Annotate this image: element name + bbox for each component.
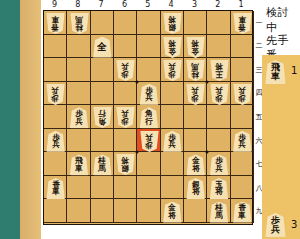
board-cell-2a[interactable] (207, 11, 230, 35)
board-cell-8f[interactable] (67, 129, 90, 153)
file-label: 9 (43, 0, 66, 9)
board-cell-9e[interactable] (44, 105, 67, 129)
board-cell-1c[interactable] (231, 58, 254, 82)
sente-king-2h[interactable]: 玉将 (210, 178, 229, 199)
board-cell-8i[interactable] (67, 199, 90, 223)
board-cell-5c[interactable] (137, 58, 160, 82)
file-label: 5 (136, 0, 159, 9)
board-cell-5h[interactable] (137, 176, 160, 200)
board-cell-3e[interactable] (184, 105, 207, 129)
board-cell-7h[interactable] (91, 176, 114, 200)
board-cell-3i[interactable] (184, 199, 207, 223)
board-cell-6f[interactable] (114, 129, 137, 153)
board-cell-6a[interactable] (114, 11, 137, 35)
board-cell-4h[interactable] (161, 176, 184, 200)
gote-gold-4b[interactable]: 金将 (163, 37, 182, 58)
sente-hand-pawn[interactable]: 歩兵 (265, 213, 286, 237)
file-label: 8 (66, 0, 89, 9)
board-cell-5a[interactable] (137, 11, 160, 35)
board-cell-8c[interactable] (67, 58, 90, 82)
board-cell-1e[interactable] (231, 105, 254, 129)
shogi-board[interactable]: 香車桂馬銀将香車全金将金将歩兵歩兵桂馬王将歩兵歩兵歩兵歩兵歩兵歩兵角行歩兵角行歩… (43, 10, 253, 225)
file-label: 7 (90, 0, 113, 9)
sente-lance-1i[interactable]: 香車 (233, 202, 252, 223)
sente-lance-9h[interactable]: 香車 (46, 178, 65, 199)
gote-komadai-empty (20, 0, 41, 239)
gote-pawn-3d[interactable]: 歩兵 (186, 84, 205, 105)
file-label: 6 (113, 0, 136, 9)
hoshi-dot (136, 80, 139, 83)
board-cell-7c[interactable] (91, 58, 114, 82)
sente-gold-3g[interactable]: 金将 (186, 154, 205, 175)
board-cell-6d[interactable] (114, 82, 137, 106)
sente-bishop-5e[interactable]: 角行 (140, 107, 159, 128)
shogi-analysis-window: 987654321 一二三四五六七八九 香車桂馬銀将香車全金将金将歩兵歩兵桂馬王… (0, 0, 300, 239)
analysis-status: 検討中 (266, 5, 300, 35)
gote-pawn-1d[interactable]: 歩兵 (233, 84, 252, 105)
sente-pawn-1f[interactable]: 歩兵 (233, 131, 252, 152)
sente-promoted-silver-7b[interactable]: 全 (93, 37, 112, 58)
board-cell-5i[interactable] (137, 199, 160, 223)
gote-hand-rook[interactable]: 飛車 (265, 60, 286, 84)
board-cell-5b[interactable] (137, 35, 160, 59)
board-cell-9g[interactable] (44, 152, 67, 176)
board-cell-8b[interactable] (67, 35, 90, 59)
board-cell-5g[interactable] (137, 152, 160, 176)
board-cell-9b[interactable] (44, 35, 67, 59)
file-label: 3 (183, 0, 206, 9)
board-cell-2e[interactable] (207, 105, 230, 129)
board-cell-1b[interactable] (231, 35, 254, 59)
gote-hand-rook-count: 1 (291, 65, 297, 76)
board-cell-8h[interactable] (67, 176, 90, 200)
board-cell-3a[interactable] (184, 11, 207, 35)
board-cell-6b[interactable] (114, 35, 137, 59)
rank-label: 二 (255, 41, 263, 51)
gote-pawn-2d[interactable]: 歩兵 (210, 84, 229, 105)
window-edge (0, 0, 20, 239)
hoshi-dot (136, 151, 139, 154)
board-cell-7f[interactable] (91, 129, 114, 153)
board-cell-6h[interactable] (114, 176, 137, 200)
sente-pawn-2g[interactable]: 歩兵 (210, 154, 229, 175)
board-cell-1h[interactable] (231, 176, 254, 200)
board-cell-2f[interactable] (207, 129, 230, 153)
board-cell-2b[interactable] (207, 35, 230, 59)
board-cell-8d[interactable] (67, 82, 90, 106)
sente-knight-2i[interactable]: 桂馬 (210, 202, 229, 223)
sente-silver-3h[interactable]: 銀将 (186, 178, 205, 199)
sente-knight-7g[interactable]: 桂馬 (93, 154, 112, 175)
hoshi-dot (206, 80, 209, 83)
board-cell-4g[interactable] (161, 152, 184, 176)
sente-pawn-9f[interactable]: 歩兵 (46, 131, 65, 152)
sente-gold-4i[interactable]: 金将 (163, 202, 182, 223)
board-cell-1g[interactable] (231, 152, 254, 176)
board-cell-9i[interactable] (44, 199, 67, 223)
board-cell-7d[interactable] (91, 82, 114, 106)
board-cell-4d[interactable] (161, 82, 184, 106)
sente-pawn-5d[interactable]: 歩兵 (140, 84, 159, 105)
hoshi-dot (206, 151, 209, 154)
gote-pawn-9d[interactable]: 歩兵 (46, 84, 65, 105)
sente-pawn-4f[interactable]: 歩兵 (163, 131, 182, 152)
captured-pieces-tray: 飛車 1 歩兵 3 (262, 55, 300, 239)
file-label: 1 (230, 0, 253, 9)
file-label: 2 (206, 0, 229, 9)
board-cell-4e[interactable] (161, 105, 184, 129)
board-cell-7a[interactable] (91, 11, 114, 35)
rank-label: 一 (255, 18, 263, 28)
board-cell-3f[interactable] (184, 129, 207, 153)
board-cell-7i[interactable] (91, 199, 114, 223)
file-label: 4 (160, 0, 183, 9)
sente-pawn-8e[interactable]: 歩兵 (70, 107, 89, 128)
sente-hand-pawn-count: 3 (291, 219, 297, 230)
board-cell-9c[interactable] (44, 58, 67, 82)
sente-rook-8g[interactable]: 飛車 (70, 154, 89, 175)
board-cell-6i[interactable] (114, 199, 137, 223)
gote-gold-3b[interactable]: 金将 (186, 37, 205, 58)
